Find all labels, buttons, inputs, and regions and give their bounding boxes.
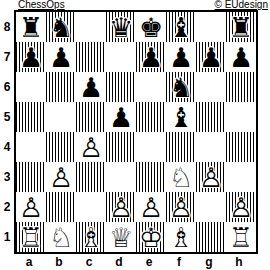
square-f8: ♝ [166, 12, 196, 42]
square-a4 [16, 132, 46, 162]
square-e5 [136, 102, 166, 132]
file-labels: abcdefgh [14, 254, 258, 270]
file-label-d: d [104, 255, 134, 270]
square-b6 [46, 72, 76, 102]
square-b2 [46, 192, 76, 222]
piece-black-knight: ♞ [46, 12, 76, 42]
piece-white-pawn: ♟♙ [136, 192, 166, 222]
piece-black-pawn: ♟ [196, 42, 226, 72]
square-f7: ♟ [166, 42, 196, 72]
square-e7: ♟ [136, 42, 166, 72]
piece-black-knight: ♞ [166, 72, 196, 102]
piece-white-pawn: ♟♙ [226, 192, 256, 222]
square-f6: ♞ [166, 72, 196, 102]
app-title-link[interactable]: ChessOps [18, 0, 65, 10]
square-f5: ♝ [166, 102, 196, 132]
piece-white-pawn: ♟♙ [166, 192, 196, 222]
piece-black-pawn: ♟ [166, 42, 196, 72]
piece-black-pawn: ♟ [226, 42, 256, 72]
square-d7 [106, 42, 136, 72]
square-d5: ♟ [106, 102, 136, 132]
square-g8 [196, 12, 226, 42]
copyright-link[interactable]: © EUdesign [214, 0, 268, 10]
piece-black-king: ♚ [136, 12, 166, 42]
square-b7: ♟ [46, 42, 76, 72]
piece-white-king: ♚♔ [136, 222, 166, 252]
chess-board: ♜♞♛♚♝♜♟♟♟♟♟♟♟♞♟♝♟♙♟♙♞♘♟♙♟♙♟♙♟♙♟♙♟♙♜♖♞♘♝♗… [14, 10, 258, 254]
square-c1: ♝♗ [76, 222, 106, 252]
piece-black-pawn: ♟ [46, 42, 76, 72]
square-h1: ♜♖ [226, 222, 256, 252]
square-a1: ♜♖ [16, 222, 46, 252]
file-label-e: e [134, 255, 164, 270]
piece-white-pawn: ♟♙ [76, 132, 106, 162]
square-c2 [76, 192, 106, 222]
square-h6 [226, 72, 256, 102]
piece-white-pawn: ♟♙ [46, 162, 76, 192]
square-e6 [136, 72, 166, 102]
square-d6 [106, 72, 136, 102]
square-e8: ♚ [136, 12, 166, 42]
piece-black-pawn: ♟ [16, 42, 46, 72]
file-label-f: f [164, 255, 194, 270]
file-label-b: b [44, 255, 74, 270]
header-bar: ChessOps © EUdesign [0, 0, 270, 10]
square-g4 [196, 132, 226, 162]
piece-black-queen: ♛ [106, 12, 136, 42]
square-g2 [196, 192, 226, 222]
file-label-h: h [224, 255, 254, 270]
square-h5 [226, 102, 256, 132]
square-h7: ♟ [226, 42, 256, 72]
square-g7: ♟ [196, 42, 226, 72]
rank-label-4: 4 [0, 132, 14, 162]
piece-white-rook: ♜♖ [226, 222, 256, 252]
rank-label-2: 2 [0, 192, 14, 222]
square-c8 [76, 12, 106, 42]
square-a2: ♟♙ [16, 192, 46, 222]
file-label-g: g [194, 255, 224, 270]
piece-black-rook: ♜ [16, 12, 46, 42]
square-a3 [16, 162, 46, 192]
square-b4 [46, 132, 76, 162]
board-area: 87654321 ♜♞♛♚♝♜♟♟♟♟♟♟♟♞♟♝♟♙♟♙♞♘♟♙♟♙♟♙♟♙♟… [0, 10, 270, 270]
piece-white-queen: ♛♕ [106, 222, 136, 252]
square-g3: ♟♙ [196, 162, 226, 192]
square-h4 [226, 132, 256, 162]
square-f3: ♞♘ [166, 162, 196, 192]
piece-white-pawn: ♟♙ [106, 192, 136, 222]
rank-label-1: 1 [0, 222, 14, 252]
square-b3: ♟♙ [46, 162, 76, 192]
piece-white-bishop: ♝♗ [166, 222, 196, 252]
square-d2: ♟♙ [106, 192, 136, 222]
square-h2: ♟♙ [226, 192, 256, 222]
square-c6: ♟ [76, 72, 106, 102]
square-c3 [76, 162, 106, 192]
square-e1: ♚♔ [136, 222, 166, 252]
piece-white-pawn: ♟♙ [196, 162, 226, 192]
rank-label-6: 6 [0, 72, 14, 102]
square-f1: ♝♗ [166, 222, 196, 252]
piece-white-rook: ♜♖ [16, 222, 46, 252]
square-g6 [196, 72, 226, 102]
square-e2: ♟♙ [136, 192, 166, 222]
square-d8: ♛ [106, 12, 136, 42]
piece-black-pawn: ♟ [106, 102, 136, 132]
square-d1: ♛♕ [106, 222, 136, 252]
file-label-c: c [74, 255, 104, 270]
piece-black-rook: ♜ [226, 12, 256, 42]
square-a6 [16, 72, 46, 102]
square-f2: ♟♙ [166, 192, 196, 222]
square-a7: ♟ [16, 42, 46, 72]
square-e4 [136, 132, 166, 162]
piece-white-pawn: ♟♙ [16, 192, 46, 222]
square-a8: ♜ [16, 12, 46, 42]
square-c5 [76, 102, 106, 132]
piece-black-pawn: ♟ [136, 42, 166, 72]
square-b5 [46, 102, 76, 132]
piece-black-bishop: ♝ [166, 12, 196, 42]
square-h3 [226, 162, 256, 192]
square-c7 [76, 42, 106, 72]
rank-label-7: 7 [0, 42, 14, 72]
piece-black-bishop: ♝ [166, 102, 196, 132]
piece-white-knight: ♞♘ [166, 162, 196, 192]
rank-label-5: 5 [0, 102, 14, 132]
rank-label-8: 8 [0, 12, 14, 42]
square-g5 [196, 102, 226, 132]
square-e3 [136, 162, 166, 192]
square-f4 [166, 132, 196, 162]
square-b8: ♞ [46, 12, 76, 42]
piece-black-pawn: ♟ [76, 72, 106, 102]
rank-labels: 87654321 [0, 10, 14, 254]
piece-white-knight: ♞♘ [46, 222, 76, 252]
square-d3 [106, 162, 136, 192]
rank-label-3: 3 [0, 162, 14, 192]
square-h8: ♜ [226, 12, 256, 42]
file-label-a: a [14, 255, 44, 270]
square-d4 [106, 132, 136, 162]
square-c4: ♟♙ [76, 132, 106, 162]
square-a5 [16, 102, 46, 132]
square-b1: ♞♘ [46, 222, 76, 252]
piece-white-bishop: ♝♗ [76, 222, 106, 252]
square-g1 [196, 222, 226, 252]
